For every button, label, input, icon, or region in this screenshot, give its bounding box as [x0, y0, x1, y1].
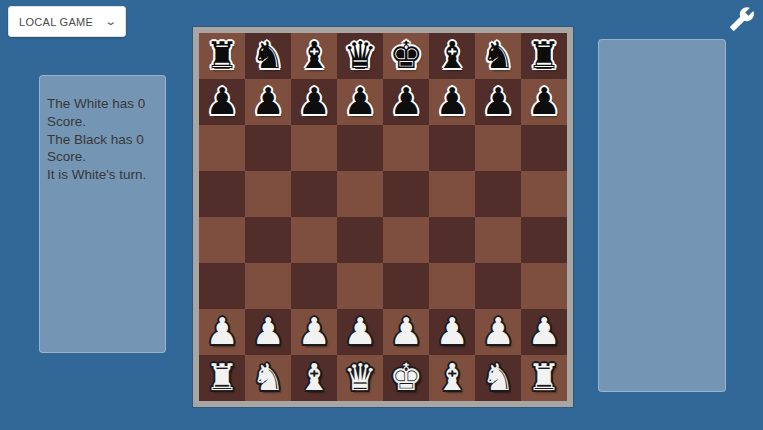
piece-white-pawn: ♟	[389, 309, 422, 355]
piece-white-pawn: ♟	[343, 309, 376, 355]
wrench-icon	[729, 6, 755, 36]
square-a5[interactable]	[199, 171, 245, 217]
square-c7[interactable]: ♟	[291, 79, 337, 125]
square-b6[interactable]	[245, 125, 291, 171]
square-h6[interactable]	[521, 125, 567, 171]
chevron-down-icon: ⌄	[104, 15, 117, 28]
square-c2[interactable]: ♟	[291, 309, 337, 355]
square-c3[interactable]	[291, 263, 337, 309]
square-f7[interactable]: ♟	[429, 79, 475, 125]
piece-white-knight: ♞	[251, 355, 284, 401]
square-b1[interactable]: ♞	[245, 355, 291, 401]
piece-black-queen: ♛	[343, 33, 376, 79]
piece-white-rook: ♜	[205, 355, 238, 401]
piece-black-pawn: ♟	[389, 79, 422, 125]
square-g5[interactable]	[475, 171, 521, 217]
square-a1[interactable]: ♜	[199, 355, 245, 401]
chess-board: ♜♞♝♛♚♝♞♜♟♟♟♟♟♟♟♟♟♟♟♟♟♟♟♟♜♞♝♛♚♝♞♜	[199, 33, 567, 401]
piece-white-bishop: ♝	[297, 355, 330, 401]
status-line-white-score: The White has 0 Score.	[47, 95, 158, 131]
piece-white-knight: ♞	[481, 355, 514, 401]
piece-black-knight: ♞	[481, 33, 514, 79]
square-e5[interactable]	[383, 171, 429, 217]
square-b8[interactable]: ♞	[245, 33, 291, 79]
square-h8[interactable]: ♜	[521, 33, 567, 79]
square-h3[interactable]	[521, 263, 567, 309]
square-d3[interactable]	[337, 263, 383, 309]
game-mode-value: LOCAL GAME	[19, 16, 93, 28]
square-g6[interactable]	[475, 125, 521, 171]
square-g2[interactable]: ♟	[475, 309, 521, 355]
square-e6[interactable]	[383, 125, 429, 171]
piece-black-pawn: ♟	[205, 79, 238, 125]
piece-black-king: ♚	[389, 33, 422, 79]
square-a4[interactable]	[199, 217, 245, 263]
square-e2[interactable]: ♟	[383, 309, 429, 355]
square-g8[interactable]: ♞	[475, 33, 521, 79]
piece-black-bishop: ♝	[435, 33, 468, 79]
square-d7[interactable]: ♟	[337, 79, 383, 125]
piece-white-rook: ♜	[527, 355, 560, 401]
piece-black-pawn: ♟	[435, 79, 468, 125]
square-d1[interactable]: ♛	[337, 355, 383, 401]
square-b5[interactable]	[245, 171, 291, 217]
square-f1[interactable]: ♝	[429, 355, 475, 401]
piece-black-pawn: ♟	[343, 79, 376, 125]
piece-black-pawn: ♟	[251, 79, 284, 125]
piece-white-pawn: ♟	[435, 309, 468, 355]
square-h1[interactable]: ♜	[521, 355, 567, 401]
piece-black-pawn: ♟	[297, 79, 330, 125]
square-c5[interactable]	[291, 171, 337, 217]
square-f2[interactable]: ♟	[429, 309, 475, 355]
piece-white-king: ♚	[389, 355, 422, 401]
square-d5[interactable]	[337, 171, 383, 217]
piece-white-pawn: ♟	[251, 309, 284, 355]
square-e3[interactable]	[383, 263, 429, 309]
square-g4[interactable]	[475, 217, 521, 263]
square-c8[interactable]: ♝	[291, 33, 337, 79]
square-f4[interactable]	[429, 217, 475, 263]
chess-board-frame: ♜♞♝♛♚♝♞♜♟♟♟♟♟♟♟♟♟♟♟♟♟♟♟♟♜♞♝♛♚♝♞♜	[193, 27, 573, 407]
piece-white-bishop: ♝	[435, 355, 468, 401]
square-h4[interactable]	[521, 217, 567, 263]
piece-black-rook: ♜	[527, 33, 560, 79]
side-panel-right	[598, 39, 726, 392]
square-h2[interactable]: ♟	[521, 309, 567, 355]
status-line-turn: It is White's turn.	[47, 166, 158, 184]
square-c4[interactable]	[291, 217, 337, 263]
square-f3[interactable]	[429, 263, 475, 309]
piece-white-pawn: ♟	[297, 309, 330, 355]
settings-button[interactable]	[727, 6, 757, 36]
square-g3[interactable]	[475, 263, 521, 309]
piece-black-bishop: ♝	[297, 33, 330, 79]
piece-black-knight: ♞	[251, 33, 284, 79]
square-a3[interactable]	[199, 263, 245, 309]
square-h5[interactable]	[521, 171, 567, 217]
square-b2[interactable]: ♟	[245, 309, 291, 355]
status-line-black-score: The Black has 0 Score.	[47, 131, 158, 167]
square-b4[interactable]	[245, 217, 291, 263]
square-e8[interactable]: ♚	[383, 33, 429, 79]
square-f8[interactable]: ♝	[429, 33, 475, 79]
square-b7[interactable]: ♟	[245, 79, 291, 125]
square-e1[interactable]: ♚	[383, 355, 429, 401]
piece-white-pawn: ♟	[205, 309, 238, 355]
square-d8[interactable]: ♛	[337, 33, 383, 79]
piece-black-pawn: ♟	[527, 79, 560, 125]
square-a8[interactable]: ♜	[199, 33, 245, 79]
square-a6[interactable]	[199, 125, 245, 171]
square-a2[interactable]: ♟	[199, 309, 245, 355]
piece-white-pawn: ♟	[481, 309, 514, 355]
square-d6[interactable]	[337, 125, 383, 171]
square-f6[interactable]	[429, 125, 475, 171]
square-e7[interactable]: ♟	[383, 79, 429, 125]
square-c6[interactable]	[291, 125, 337, 171]
square-d2[interactable]: ♟	[337, 309, 383, 355]
square-g1[interactable]: ♞	[475, 355, 521, 401]
status-panel: The White has 0 Score. The Black has 0 S…	[39, 75, 166, 353]
square-c1[interactable]: ♝	[291, 355, 337, 401]
square-h7[interactable]: ♟	[521, 79, 567, 125]
square-g7[interactable]: ♟	[475, 79, 521, 125]
game-mode-select[interactable]: LOCAL GAME ⌄	[8, 6, 126, 37]
piece-black-pawn: ♟	[481, 79, 514, 125]
square-b3[interactable]	[245, 263, 291, 309]
piece-white-pawn: ♟	[527, 309, 560, 355]
square-e4[interactable]	[383, 217, 429, 263]
piece-white-queen: ♛	[343, 355, 376, 401]
piece-black-rook: ♜	[205, 33, 238, 79]
square-a7[interactable]: ♟	[199, 79, 245, 125]
square-d4[interactable]	[337, 217, 383, 263]
square-f5[interactable]	[429, 171, 475, 217]
